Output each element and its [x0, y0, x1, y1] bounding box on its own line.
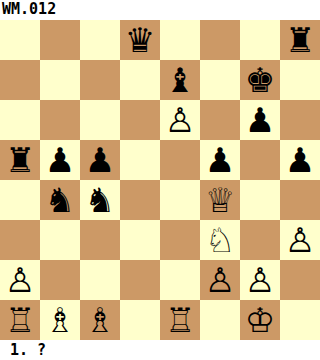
- square-e2[interactable]: [160, 260, 200, 300]
- square-c8[interactable]: [80, 20, 120, 60]
- square-a4[interactable]: [0, 180, 40, 220]
- square-f3[interactable]: ♘: [200, 220, 240, 260]
- square-d4[interactable]: [120, 180, 160, 220]
- square-e8[interactable]: [160, 20, 200, 60]
- square-c3[interactable]: [80, 220, 120, 260]
- black-bishop-piece: ♝: [165, 60, 195, 100]
- square-e4[interactable]: [160, 180, 200, 220]
- square-b7[interactable]: [40, 60, 80, 100]
- black-king-piece: ♚: [245, 60, 275, 100]
- square-f1[interactable]: [200, 300, 240, 340]
- black-knight-piece: ♞: [45, 180, 75, 220]
- puzzle-title: WM.012: [0, 0, 320, 20]
- square-f4[interactable]: ♕: [200, 180, 240, 220]
- chess-board: ♛♜♝♚♙♟♜♟♟♟♟♞♞♕♘♙♙♙♙♖♗♗♖♔: [0, 20, 320, 340]
- black-rook-piece: ♜: [5, 140, 35, 180]
- white-bishop-piece: ♗: [45, 300, 75, 340]
- white-king-piece: ♔: [245, 300, 275, 340]
- white-pawn-piece: ♙: [205, 260, 235, 300]
- square-f8[interactable]: [200, 20, 240, 60]
- black-pawn-piece: ♟: [45, 140, 75, 180]
- square-h5[interactable]: ♟: [280, 140, 320, 180]
- square-g6[interactable]: ♟: [240, 100, 280, 140]
- square-b2[interactable]: [40, 260, 80, 300]
- square-d7[interactable]: [120, 60, 160, 100]
- square-d5[interactable]: [120, 140, 160, 180]
- square-c4[interactable]: ♞: [80, 180, 120, 220]
- black-pawn-piece: ♟: [245, 100, 275, 140]
- white-pawn-piece: ♙: [285, 220, 315, 260]
- square-a1[interactable]: ♖: [0, 300, 40, 340]
- white-rook-piece: ♖: [5, 300, 35, 340]
- square-b4[interactable]: ♞: [40, 180, 80, 220]
- square-g7[interactable]: ♚: [240, 60, 280, 100]
- square-e3[interactable]: [160, 220, 200, 260]
- move-prompt: 1. ?: [0, 340, 320, 360]
- square-f2[interactable]: ♙: [200, 260, 240, 300]
- square-c5[interactable]: ♟: [80, 140, 120, 180]
- square-d3[interactable]: [120, 220, 160, 260]
- square-g4[interactable]: [240, 180, 280, 220]
- square-a2[interactable]: ♙: [0, 260, 40, 300]
- square-f6[interactable]: [200, 100, 240, 140]
- square-e6[interactable]: ♙: [160, 100, 200, 140]
- square-e1[interactable]: ♖: [160, 300, 200, 340]
- square-a8[interactable]: [0, 20, 40, 60]
- white-pawn-piece: ♙: [5, 260, 35, 300]
- square-c7[interactable]: [80, 60, 120, 100]
- white-pawn-piece: ♙: [165, 100, 195, 140]
- black-queen-piece: ♛: [125, 20, 155, 60]
- black-pawn-piece: ♟: [85, 140, 115, 180]
- square-d2[interactable]: [120, 260, 160, 300]
- white-queen-piece: ♕: [205, 180, 235, 220]
- square-a7[interactable]: [0, 60, 40, 100]
- square-a3[interactable]: [0, 220, 40, 260]
- square-g2[interactable]: ♙: [240, 260, 280, 300]
- square-h1[interactable]: [280, 300, 320, 340]
- square-c6[interactable]: [80, 100, 120, 140]
- square-g8[interactable]: [240, 20, 280, 60]
- square-h4[interactable]: [280, 180, 320, 220]
- square-h3[interactable]: ♙: [280, 220, 320, 260]
- square-f7[interactable]: [200, 60, 240, 100]
- square-b6[interactable]: [40, 100, 80, 140]
- black-pawn-piece: ♟: [285, 140, 315, 180]
- square-b3[interactable]: [40, 220, 80, 260]
- square-g1[interactable]: ♔: [240, 300, 280, 340]
- square-e7[interactable]: ♝: [160, 60, 200, 100]
- white-rook-piece: ♖: [165, 300, 195, 340]
- square-a6[interactable]: [0, 100, 40, 140]
- square-g3[interactable]: [240, 220, 280, 260]
- square-c2[interactable]: [80, 260, 120, 300]
- square-d1[interactable]: [120, 300, 160, 340]
- square-e5[interactable]: [160, 140, 200, 180]
- square-d8[interactable]: ♛: [120, 20, 160, 60]
- square-f5[interactable]: ♟: [200, 140, 240, 180]
- square-h7[interactable]: [280, 60, 320, 100]
- square-h6[interactable]: [280, 100, 320, 140]
- black-knight-piece: ♞: [85, 180, 115, 220]
- white-pawn-piece: ♙: [245, 260, 275, 300]
- square-b5[interactable]: ♟: [40, 140, 80, 180]
- square-a5[interactable]: ♜: [0, 140, 40, 180]
- black-pawn-piece: ♟: [205, 140, 235, 180]
- square-h2[interactable]: [280, 260, 320, 300]
- square-g5[interactable]: [240, 140, 280, 180]
- square-b1[interactable]: ♗: [40, 300, 80, 340]
- square-d6[interactable]: [120, 100, 160, 140]
- black-rook-piece: ♜: [285, 20, 315, 60]
- white-bishop-piece: ♗: [85, 300, 115, 340]
- white-knight-piece: ♘: [205, 220, 235, 260]
- square-h8[interactable]: ♜: [280, 20, 320, 60]
- square-b8[interactable]: [40, 20, 80, 60]
- square-c1[interactable]: ♗: [80, 300, 120, 340]
